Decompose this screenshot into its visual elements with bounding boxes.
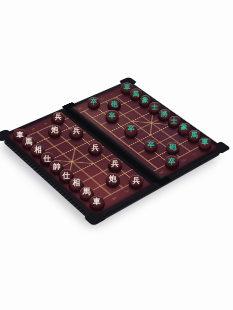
piece-white-cannon[interactable]: 炮 — [48, 125, 61, 139]
piece-glyph-soldier: 卒 — [91, 99, 98, 106]
piece-glyph-cannon: 炮 — [109, 175, 116, 182]
piece-green-soldier[interactable]: 卒 — [144, 140, 157, 154]
piece-glyph-soldier: 兵 — [55, 114, 62, 121]
piece-glyph-general: 將 — [161, 111, 168, 118]
piece-glyph-advisor: 士 — [151, 104, 158, 111]
piece-white-cannon[interactable]: 炮 — [106, 173, 120, 188]
piece-top-face: 兵 — [109, 158, 122, 170]
piece-white-soldier[interactable]: 兵 — [88, 142, 102, 156]
piece-top-face: 車 — [199, 138, 211, 150]
piece-glyph-soldier: 卒 — [168, 158, 175, 165]
piece-glyph-elephant: 象 — [181, 125, 188, 132]
piece-green-cannon[interactable]: 砲 — [166, 141, 179, 155]
piece-top-face: 兵 — [70, 126, 83, 138]
piece-top-face: 兵 — [129, 175, 142, 188]
piece-green-soldier[interactable]: 卒 — [165, 155, 179, 170]
piece-glyph-soldier: 卒 — [109, 112, 116, 119]
piece-white-soldier[interactable]: 兵 — [129, 175, 143, 190]
piece-glyph-soldier: 兵 — [112, 160, 119, 167]
piece-glyph-horse: 馬 — [191, 132, 198, 139]
piece-top-face: 卒 — [125, 125, 137, 137]
piece-white-chariot[interactable]: 車 — [90, 196, 105, 212]
piece-glyph-soldier: 兵 — [132, 177, 139, 184]
piece-green-chariot[interactable]: 車 — [198, 138, 211, 152]
piece-green-soldier[interactable]: 卒 — [88, 97, 101, 110]
piece-glyph-soldier: 兵 — [92, 144, 99, 151]
piece-top-face: 炮 — [48, 125, 61, 137]
piece-top-face: 卒 — [145, 140, 158, 152]
piece-glyph-soldier: 卒 — [147, 142, 154, 149]
piece-green-soldier[interactable]: 卒 — [106, 110, 119, 124]
pieces-layer: 車馬象士將士象馬車砲砲卒卒卒卒卒兵兵兵兵兵炮炮車馬相仕帥仕相馬車 — [0, 0, 233, 310]
piece-top-face: 炮 — [106, 173, 120, 186]
piece-top-face: 車 — [90, 196, 104, 209]
piece-top-face: 砲 — [166, 141, 179, 153]
piece-glyph-chariot: 車 — [93, 198, 101, 206]
piece-glyph-chariot: 車 — [202, 140, 209, 147]
piece-glyph-soldier: 卒 — [128, 127, 135, 134]
piece-white-soldier[interactable]: 兵 — [108, 158, 122, 173]
piece-glyph-soldier: 兵 — [73, 129, 80, 136]
piece-white-soldier[interactable]: 兵 — [70, 126, 83, 140]
product-photo-background: 123456789九八七六五四三二一一二三四五六七八九十一二三四五六七八九十 車… — [0, 0, 233, 310]
piece-glyph-cannon: 砲 — [169, 144, 176, 151]
piece-top-face: 兵 — [52, 112, 64, 124]
piece-glyph-cannon: 砲 — [111, 100, 118, 107]
piece-green-soldier[interactable]: 卒 — [125, 125, 138, 139]
piece-glyph-advisor: 士 — [171, 118, 178, 125]
piece-glyph-cannon: 炮 — [51, 127, 58, 134]
